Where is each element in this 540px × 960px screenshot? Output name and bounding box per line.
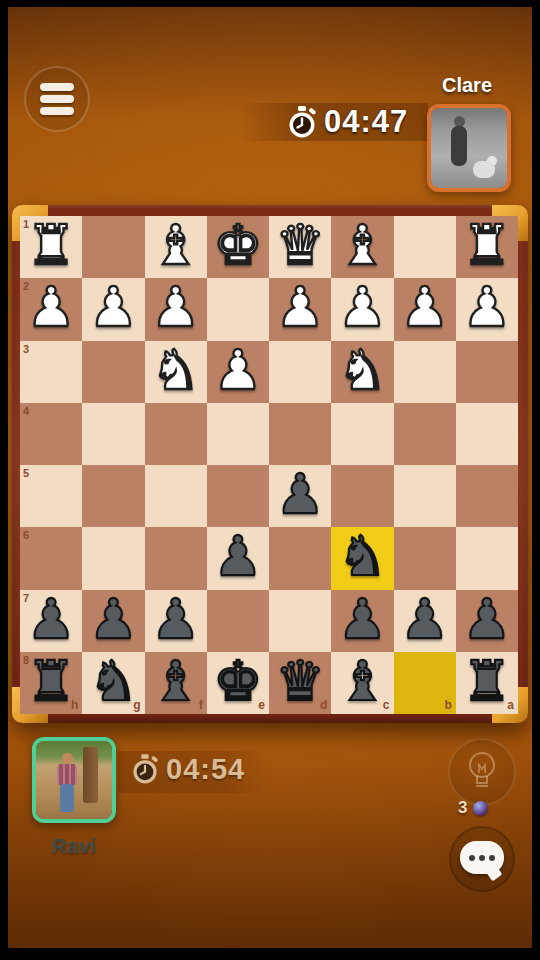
hint-count-row: 3 xyxy=(458,798,488,818)
board-grid: 1♜♝♚♛♝♜2♟♟♟♟♟♟♟3♞♟♞45♟6♟♞7♟♟♟♟♟♟8h♜g♞f♝e… xyxy=(20,216,518,714)
square-d5[interactable]: ♟ xyxy=(269,465,331,527)
hamburger-icon xyxy=(40,107,74,115)
square-c8[interactable]: c♝ xyxy=(331,652,393,714)
square-e6[interactable]: ♟ xyxy=(207,527,269,589)
square-f6[interactable] xyxy=(145,527,207,589)
square-h5[interactable]: 5 xyxy=(20,465,82,527)
square-f4[interactable] xyxy=(145,403,207,465)
square-a6[interactable] xyxy=(456,527,518,589)
square-g1[interactable] xyxy=(82,216,144,278)
square-h1[interactable]: 1♜ xyxy=(20,216,82,278)
menu-button[interactable] xyxy=(24,66,90,132)
gem-orb-icon xyxy=(473,801,488,816)
piece-black-knight-g8: ♞ xyxy=(82,652,144,714)
stopwatch-icon xyxy=(288,106,316,139)
rank-label-6: 6 xyxy=(23,529,29,541)
opponent-name: Clare xyxy=(427,74,507,97)
piece-white-queen-d1: ♛ xyxy=(269,216,331,278)
stopwatch-icon xyxy=(132,754,158,785)
square-h4[interactable]: 4 xyxy=(20,403,82,465)
square-b2[interactable]: ♟ xyxy=(394,278,456,340)
piece-black-pawn-f7: ♟ xyxy=(145,590,207,652)
square-d1[interactable]: ♛ xyxy=(269,216,331,278)
square-c3[interactable]: ♞ xyxy=(331,341,393,403)
piece-white-pawn-b2: ♟ xyxy=(394,278,456,340)
piece-black-pawn-e6: ♟ xyxy=(207,527,269,589)
opponent-clock-time: 04:47 xyxy=(324,104,408,140)
square-d8[interactable]: d♛ xyxy=(269,652,331,714)
square-f8[interactable]: f♝ xyxy=(145,652,207,714)
square-b5[interactable] xyxy=(394,465,456,527)
chat-dot xyxy=(479,855,485,861)
piece-white-pawn-d2: ♟ xyxy=(269,278,331,340)
chat-button[interactable] xyxy=(449,826,515,892)
rank-label-4: 4 xyxy=(23,405,29,417)
square-c1[interactable]: ♝ xyxy=(331,216,393,278)
square-e5[interactable] xyxy=(207,465,269,527)
opponent-clock: 04:47 xyxy=(288,104,408,140)
square-g3[interactable] xyxy=(82,341,144,403)
square-f5[interactable] xyxy=(145,465,207,527)
file-label-b: b xyxy=(444,698,451,712)
square-g2[interactable]: ♟ xyxy=(82,278,144,340)
chat-dot xyxy=(469,855,475,861)
piece-black-pawn-g7: ♟ xyxy=(82,590,144,652)
square-h8[interactable]: 8h♜ xyxy=(20,652,82,714)
piece-black-rook-a8: ♜ xyxy=(456,652,518,714)
square-a4[interactable] xyxy=(456,403,518,465)
player-clock: 04:54 xyxy=(132,753,245,786)
square-e7[interactable] xyxy=(207,590,269,652)
square-c6[interactable]: ♞ xyxy=(331,527,393,589)
square-g8[interactable]: g♞ xyxy=(82,652,144,714)
square-a1[interactable]: ♜ xyxy=(456,216,518,278)
piece-white-pawn-f2: ♟ xyxy=(145,278,207,340)
rank-label-5: 5 xyxy=(23,467,29,479)
square-g6[interactable] xyxy=(82,527,144,589)
square-b4[interactable] xyxy=(394,403,456,465)
chess-board: 1♜♝♚♛♝♜2♟♟♟♟♟♟♟3♞♟♞45♟6♟♞7♟♟♟♟♟♟8h♜g♞f♝e… xyxy=(12,205,528,723)
hint-count: 3 xyxy=(458,798,467,818)
square-b6[interactable] xyxy=(394,527,456,589)
opponent-avatar-photo xyxy=(431,108,507,188)
square-a5[interactable] xyxy=(456,465,518,527)
piece-black-pawn-a7: ♟ xyxy=(456,590,518,652)
piece-white-pawn-c2: ♟ xyxy=(331,278,393,340)
player-name: Ravi xyxy=(28,834,120,858)
hint-button[interactable] xyxy=(448,738,516,806)
square-f7[interactable]: ♟ xyxy=(145,590,207,652)
square-a8[interactable]: a♜ xyxy=(456,652,518,714)
square-a7[interactable]: ♟ xyxy=(456,590,518,652)
chess-app-screen: Clare 04:47 1♜♝♚♛♝♜2♟♟♟♟♟♟♟3♞♟♞45♟6♟♞7♟♟… xyxy=(0,0,540,960)
square-b7[interactable]: ♟ xyxy=(394,590,456,652)
square-g7[interactable]: ♟ xyxy=(82,590,144,652)
piece-white-pawn-a2: ♟ xyxy=(456,278,518,340)
square-d3[interactable] xyxy=(269,341,331,403)
piece-black-king-e8: ♚ xyxy=(207,652,269,714)
square-e1[interactable]: ♚ xyxy=(207,216,269,278)
chat-bubble-icon xyxy=(460,841,504,874)
player-avatar-photo xyxy=(36,741,112,819)
rank-label-3: 3 xyxy=(23,343,29,355)
bezel-bottom xyxy=(0,948,540,960)
lightbulb-icon xyxy=(464,750,500,794)
hamburger-icon xyxy=(40,83,74,91)
square-h3[interactable]: 3 xyxy=(20,341,82,403)
square-e8[interactable]: e♚ xyxy=(207,652,269,714)
square-c2[interactable]: ♟ xyxy=(331,278,393,340)
piece-black-knight-c6: ♞ xyxy=(331,527,393,589)
square-b1[interactable] xyxy=(394,216,456,278)
piece-black-rook-h8: ♜ xyxy=(20,652,82,714)
piece-white-pawn-e3: ♟ xyxy=(207,341,269,403)
square-d6[interactable] xyxy=(269,527,331,589)
square-e4[interactable] xyxy=(207,403,269,465)
piece-white-rook-h1: ♜ xyxy=(20,216,82,278)
piece-white-pawn-g2: ♟ xyxy=(82,278,144,340)
square-b8[interactable]: b xyxy=(394,652,456,714)
square-c7[interactable]: ♟ xyxy=(331,590,393,652)
piece-white-pawn-h2: ♟ xyxy=(20,278,82,340)
hamburger-icon xyxy=(40,95,74,103)
square-f2[interactable]: ♟ xyxy=(145,278,207,340)
bezel-left xyxy=(0,0,8,960)
bezel-right xyxy=(532,0,540,960)
square-h7[interactable]: 7♟ xyxy=(20,590,82,652)
square-f3[interactable]: ♞ xyxy=(145,341,207,403)
bezel-top xyxy=(0,0,540,7)
square-d2[interactable]: ♟ xyxy=(269,278,331,340)
square-f1[interactable]: ♝ xyxy=(145,216,207,278)
square-g4[interactable] xyxy=(82,403,144,465)
square-c5[interactable] xyxy=(331,465,393,527)
square-d7[interactable] xyxy=(269,590,331,652)
square-d4[interactable] xyxy=(269,403,331,465)
chat-dot xyxy=(489,855,495,861)
square-h6[interactable]: 6 xyxy=(20,527,82,589)
piece-white-bishop-c1: ♝ xyxy=(331,216,393,278)
square-e2[interactable] xyxy=(207,278,269,340)
player-avatar[interactable] xyxy=(32,737,116,823)
square-c4[interactable] xyxy=(331,403,393,465)
square-g5[interactable] xyxy=(82,465,144,527)
square-e3[interactable]: ♟ xyxy=(207,341,269,403)
square-a2[interactable]: ♟ xyxy=(456,278,518,340)
piece-white-king-e1: ♚ xyxy=(207,216,269,278)
opponent-avatar[interactable] xyxy=(427,104,511,192)
player-clock-time: 04:54 xyxy=(166,753,245,786)
piece-black-bishop-c8: ♝ xyxy=(331,652,393,714)
piece-white-rook-a1: ♜ xyxy=(456,216,518,278)
piece-black-pawn-c7: ♟ xyxy=(331,590,393,652)
piece-white-knight-c3: ♞ xyxy=(331,341,393,403)
square-a3[interactable] xyxy=(456,341,518,403)
piece-black-pawn-h7: ♟ xyxy=(20,590,82,652)
piece-black-pawn-d5: ♟ xyxy=(269,465,331,527)
piece-black-pawn-b7: ♟ xyxy=(394,590,456,652)
piece-black-queen-d8: ♛ xyxy=(269,652,331,714)
piece-white-bishop-f1: ♝ xyxy=(145,216,207,278)
piece-white-knight-f3: ♞ xyxy=(145,341,207,403)
piece-black-bishop-f8: ♝ xyxy=(145,652,207,714)
square-h2[interactable]: 2♟ xyxy=(20,278,82,340)
square-b3[interactable] xyxy=(394,341,456,403)
